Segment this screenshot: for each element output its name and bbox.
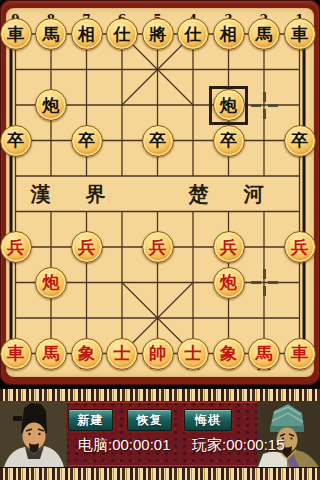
piece-black-soldier[interactable]: 卒 <box>71 125 103 157</box>
decorative-border-strip-bottom <box>0 467 320 480</box>
piece-red-general[interactable]: 帥 <box>142 338 174 370</box>
player-timer: 玩家:00:00:15 <box>192 436 285 454</box>
board[interactable]: 987654321 一二三四五六七八九 漢 界 楚 河 車馬相仕將仕相馬車炮炮卒… <box>7 9 313 376</box>
piece-black-soldier[interactable]: 卒 <box>284 125 316 157</box>
piece-red-horse[interactable]: 馬 <box>35 338 67 370</box>
piece-black-soldier[interactable]: 卒 <box>0 125 32 157</box>
piece-red-advisor[interactable]: 士 <box>106 338 138 370</box>
piece-red-soldier[interactable]: 兵 <box>71 231 103 263</box>
piece-black-advisor[interactable]: 仕 <box>177 18 209 50</box>
piece-red-chariot[interactable]: 車 <box>284 338 316 370</box>
piece-red-soldier[interactable]: 兵 <box>142 231 174 263</box>
piece-black-advisor[interactable]: 仕 <box>106 18 138 50</box>
piece-red-soldier[interactable]: 兵 <box>213 231 245 263</box>
piece-black-chariot[interactable]: 車 <box>284 18 316 50</box>
piece-black-cannon[interactable]: 炮 <box>35 89 67 121</box>
piece-red-soldier[interactable]: 兵 <box>0 231 32 263</box>
bottom-panel: 新建 恢复 悔棋 电脑:00:00:01 玩家:00:00:15 <box>0 385 320 480</box>
piece-black-chariot[interactable]: 車 <box>0 18 32 50</box>
piece-black-horse[interactable]: 馬 <box>35 18 67 50</box>
undo-move-button[interactable]: 悔棋 <box>184 409 232 431</box>
piece-black-soldier[interactable]: 卒 <box>142 125 174 157</box>
piece-red-chariot[interactable]: 車 <box>0 338 32 370</box>
xiangqi-app: 987654321 一二三四五六七八九 漢 界 楚 河 車馬相仕將仕相馬車炮炮卒… <box>0 0 320 480</box>
piece-red-elephant[interactable]: 象 <box>71 338 103 370</box>
piece-black-cannon[interactable]: 炮 <box>213 89 245 121</box>
piece-red-cannon[interactable]: 炮 <box>213 267 245 299</box>
piece-red-horse[interactable]: 馬 <box>248 338 280 370</box>
restore-button[interactable]: 恢复 <box>127 409 172 431</box>
piece-black-elephant[interactable]: 相 <box>213 18 245 50</box>
computer-timer: 电脑:00:00:01 <box>78 436 171 454</box>
new-game-button[interactable]: 新建 <box>68 409 113 431</box>
pieces-layer: 車馬相仕將仕相馬車炮炮卒卒卒卒卒兵兵兵兵兵炮炮車馬象士帥士象馬車 <box>0 16 317 371</box>
piece-red-soldier[interactable]: 兵 <box>284 231 316 263</box>
board-frame: 987654321 一二三四五六七八九 漢 界 楚 河 車馬相仕將仕相馬車炮炮卒… <box>0 0 320 385</box>
computer-portrait <box>0 401 67 467</box>
piece-red-elephant[interactable]: 象 <box>213 338 245 370</box>
piece-black-soldier[interactable]: 卒 <box>213 125 245 157</box>
player-portrait <box>257 401 320 467</box>
piece-red-cannon[interactable]: 炮 <box>35 267 67 299</box>
piece-black-general[interactable]: 將 <box>142 18 174 50</box>
piece-black-horse[interactable]: 馬 <box>248 18 280 50</box>
piece-black-elephant[interactable]: 相 <box>71 18 103 50</box>
piece-red-advisor[interactable]: 士 <box>177 338 209 370</box>
